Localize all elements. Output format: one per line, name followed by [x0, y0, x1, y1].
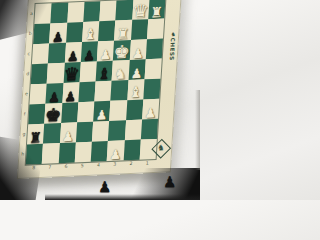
square-c3[interactable]: [61, 102, 78, 123]
square-c7[interactable]: [66, 22, 83, 43]
square-b2[interactable]: [43, 123, 60, 144]
white-bishop[interactable]: ♝: [128, 85, 142, 101]
photo-scene: ♛♜♟♝♜♟♟♟♚♟♛♝♞♟♟♟♝♚♟♟♜♟♟ ♞CHESS ♞ 8765432…: [0, 0, 200, 200]
black-pawn[interactable]: ♟: [52, 30, 64, 44]
white-bishop[interactable]: ♝: [83, 27, 97, 43]
bottom-label-5: 5: [81, 164, 84, 169]
left-label-d: d: [26, 72, 29, 77]
square-a6[interactable]: [32, 43, 49, 64]
square-f8[interactable]: [116, 0, 133, 21]
captured-black-pawn[interactable]: ♟: [163, 175, 176, 190]
square-g1[interactable]: [123, 140, 140, 161]
white-pawn[interactable]: ♟: [62, 130, 74, 144]
left-label-f: f: [24, 112, 26, 117]
square-a5[interactable]: [31, 64, 48, 85]
square-h6[interactable]: [146, 39, 163, 60]
white-rook[interactable]: ♜: [150, 5, 163, 20]
square-f2[interactable]: [108, 120, 125, 141]
square-c1[interactable]: [58, 142, 75, 163]
bottom-label-4: 4: [97, 163, 100, 168]
square-f3[interactable]: [109, 100, 126, 121]
square-h7[interactable]: [147, 18, 164, 39]
board-grid: ♛♜♟♝♜♟♟♟♚♟♛♝♞♟♟♟♝♚♟♟♜♟♟: [26, 0, 166, 165]
black-king[interactable]: ♚: [44, 106, 61, 125]
bottom-label-3: 3: [113, 163, 116, 168]
bottom-label-2: 2: [129, 162, 132, 167]
white-pawn[interactable]: ♟: [144, 106, 156, 120]
photo-vignette-bottom: [45, 194, 200, 200]
bottom-label-7: 7: [48, 166, 51, 171]
left-label-e: e: [25, 92, 28, 97]
bottom-label-6: 6: [65, 165, 68, 170]
white-pawn[interactable]: ♟: [99, 48, 111, 62]
black-pawn[interactable]: ♟: [64, 90, 76, 104]
white-rook[interactable]: ♜: [116, 26, 129, 41]
white-pawn[interactable]: ♟: [95, 108, 107, 122]
white-pawn[interactable]: ♟: [130, 67, 142, 81]
square-e8[interactable]: [99, 0, 116, 21]
square-a7[interactable]: [33, 23, 50, 44]
white-knight[interactable]: ♞: [114, 67, 127, 82]
black-bishop[interactable]: ♝: [97, 66, 111, 82]
square-e7[interactable]: [98, 21, 115, 42]
white-pawn[interactable]: ♟: [132, 47, 144, 61]
cloth-fold-shadow: [195, 90, 200, 170]
square-d3[interactable]: [77, 102, 94, 123]
square-a4[interactable]: [29, 84, 46, 105]
square-d8[interactable]: [83, 1, 100, 22]
black-rook[interactable]: ♜: [29, 130, 42, 145]
square-d2[interactable]: [76, 122, 93, 143]
square-h5[interactable]: [144, 59, 161, 80]
square-f4[interactable]: [111, 80, 128, 101]
left-label-h: h: [21, 152, 24, 157]
square-a8[interactable]: [34, 3, 51, 24]
left-label-g: g: [22, 132, 25, 137]
black-queen[interactable]: ♛: [63, 65, 80, 84]
square-b5[interactable]: [47, 63, 64, 84]
square-b1[interactable]: [42, 143, 59, 164]
square-c8[interactable]: [67, 2, 84, 23]
square-d4[interactable]: [78, 81, 95, 102]
square-h4[interactable]: [143, 79, 160, 100]
square-g2[interactable]: [124, 120, 141, 141]
captured-black-pawn[interactable]: ♟: [98, 180, 111, 195]
square-a1[interactable]: [26, 144, 43, 165]
left-label-c: c: [27, 52, 30, 57]
white-king[interactable]: ♚: [113, 43, 130, 62]
white-pawn[interactable]: ♟: [109, 148, 121, 162]
square-b6[interactable]: [48, 43, 65, 64]
white-queen[interactable]: ♛: [132, 2, 149, 21]
square-g7[interactable]: [131, 19, 148, 40]
bottom-label-8: 8: [32, 166, 35, 171]
square-g3[interactable]: [126, 99, 143, 120]
left-label-b: b: [29, 32, 32, 37]
square-e2[interactable]: [92, 121, 109, 142]
square-e1[interactable]: [91, 141, 108, 162]
board-brand-text: ♞CHESS: [167, 31, 177, 91]
left-label-a: a: [30, 12, 33, 17]
chess-board: ♛♜♟♝♜♟♟♟♚♟♛♝♞♟♟♟♝♚♟♟♜♟♟ ♞CHESS ♞ 8765432…: [17, 0, 182, 179]
black-pawn[interactable]: ♟: [48, 90, 60, 104]
knight-icon: ♞: [157, 145, 165, 153]
square-d1[interactable]: [74, 142, 91, 163]
square-e4[interactable]: [94, 81, 111, 102]
square-b8[interactable]: [51, 3, 68, 24]
black-pawn[interactable]: ♟: [67, 49, 79, 63]
black-pawn[interactable]: ♟: [83, 49, 95, 63]
bottom-label-1: 1: [146, 161, 149, 166]
square-d5[interactable]: [79, 61, 96, 82]
square-h2[interactable]: [141, 119, 158, 140]
square-a3[interactable]: [28, 104, 45, 125]
